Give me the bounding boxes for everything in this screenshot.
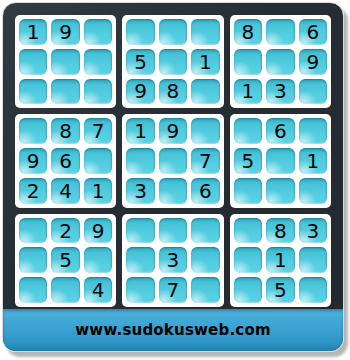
footer-bar: www.sudokusweb.com	[3, 309, 343, 351]
box-7: 2954	[15, 214, 116, 307]
cell-r8c8[interactable]: 1	[266, 247, 294, 273]
website-url: www.sudokusweb.com	[75, 321, 270, 339]
cell-r8c2[interactable]: 5	[51, 247, 79, 273]
cell-r4c8[interactable]: 6	[266, 118, 294, 144]
cell-r5c7[interactable]: 5	[234, 148, 262, 174]
cell-r7c9[interactable]: 3	[299, 218, 327, 244]
cell-r2c6[interactable]: 1	[191, 49, 219, 75]
cell-r5c2[interactable]: 6	[51, 148, 79, 174]
cell-r4c7[interactable]	[234, 118, 262, 144]
cell-r6c8[interactable]	[266, 178, 294, 204]
cell-r6c3[interactable]: 1	[84, 178, 112, 204]
cell-r2c3[interactable]	[84, 49, 112, 75]
cell-r7c4[interactable]	[126, 218, 154, 244]
cell-r8c6[interactable]	[191, 247, 219, 273]
box-2: 5198	[122, 15, 223, 108]
box-5: 19736	[122, 114, 223, 207]
cell-r7c1[interactable]	[19, 218, 47, 244]
cell-r7c2[interactable]: 2	[51, 218, 79, 244]
cell-r6c6[interactable]: 6	[191, 178, 219, 204]
cell-r2c2[interactable]	[51, 49, 79, 75]
cell-r6c2[interactable]: 4	[51, 178, 79, 204]
cell-r8c1[interactable]	[19, 247, 47, 273]
cell-r1c8[interactable]	[266, 19, 294, 45]
cell-r6c5[interactable]	[159, 178, 187, 204]
sudoku-page: 195198869138796241197366512954378315 www…	[0, 0, 350, 360]
cell-r5c8[interactable]	[266, 148, 294, 174]
cell-r6c4[interactable]: 3	[126, 178, 154, 204]
sudoku-grid: 195198869138796241197366512954378315	[15, 15, 331, 307]
cell-r4c9[interactable]	[299, 118, 327, 144]
cell-r9c8[interactable]: 5	[266, 277, 294, 303]
cell-r7c8[interactable]: 8	[266, 218, 294, 244]
cell-r4c5[interactable]: 9	[159, 118, 187, 144]
cell-r5c5[interactable]	[159, 148, 187, 174]
cell-r1c2[interactable]: 9	[51, 19, 79, 45]
cell-r8c3[interactable]	[84, 247, 112, 273]
cell-r3c2[interactable]	[51, 79, 79, 105]
cell-r4c4[interactable]: 1	[126, 118, 154, 144]
box-8: 37	[122, 214, 223, 307]
cell-r2c9[interactable]: 9	[299, 49, 327, 75]
cell-r8c9[interactable]	[299, 247, 327, 273]
cell-r4c2[interactable]: 8	[51, 118, 79, 144]
cell-r7c6[interactable]	[191, 218, 219, 244]
cell-r6c1[interactable]: 2	[19, 178, 47, 204]
box-9: 8315	[230, 214, 331, 307]
cell-r8c5[interactable]: 3	[159, 247, 187, 273]
cell-r5c9[interactable]: 1	[299, 148, 327, 174]
cell-r3c8[interactable]: 3	[266, 79, 294, 105]
cell-r4c1[interactable]	[19, 118, 47, 144]
cell-r5c3[interactable]	[84, 148, 112, 174]
cell-r3c5[interactable]: 8	[159, 79, 187, 105]
cell-r9c2[interactable]	[51, 277, 79, 303]
cell-r1c5[interactable]	[159, 19, 187, 45]
box-6: 651	[230, 114, 331, 207]
cell-r4c6[interactable]	[191, 118, 219, 144]
cell-r9c9[interactable]	[299, 277, 327, 303]
cell-r7c7[interactable]	[234, 218, 262, 244]
cell-r3c7[interactable]: 1	[234, 79, 262, 105]
cell-r4c3[interactable]: 7	[84, 118, 112, 144]
cell-r9c3[interactable]: 4	[84, 277, 112, 303]
cell-r1c3[interactable]	[84, 19, 112, 45]
cell-r7c5[interactable]	[159, 218, 187, 244]
cell-r5c1[interactable]: 9	[19, 148, 47, 174]
cell-r9c1[interactable]	[19, 277, 47, 303]
cell-r9c4[interactable]	[126, 277, 154, 303]
cell-r9c6[interactable]	[191, 277, 219, 303]
cell-r9c7[interactable]	[234, 277, 262, 303]
box-4: 8796241	[15, 114, 116, 207]
box-3: 86913	[230, 15, 331, 108]
cell-r1c1[interactable]: 1	[19, 19, 47, 45]
cell-r5c6[interactable]: 7	[191, 148, 219, 174]
cell-r2c4[interactable]: 5	[126, 49, 154, 75]
cell-r9c5[interactable]: 7	[159, 277, 187, 303]
box-1: 19	[15, 15, 116, 108]
cell-r7c3[interactable]: 9	[84, 218, 112, 244]
sudoku-board: 195198869138796241197366512954378315 www…	[2, 2, 344, 352]
cell-r2c5[interactable]	[159, 49, 187, 75]
cell-r1c4[interactable]	[126, 19, 154, 45]
cell-r2c7[interactable]	[234, 49, 262, 75]
cell-r5c4[interactable]	[126, 148, 154, 174]
cell-r3c1[interactable]	[19, 79, 47, 105]
cell-r6c7[interactable]	[234, 178, 262, 204]
cell-r2c1[interactable]	[19, 49, 47, 75]
cell-r1c6[interactable]	[191, 19, 219, 45]
cell-r3c9[interactable]	[299, 79, 327, 105]
cell-r8c7[interactable]	[234, 247, 262, 273]
cell-r1c7[interactable]: 8	[234, 19, 262, 45]
cell-r3c4[interactable]: 9	[126, 79, 154, 105]
cell-r8c4[interactable]	[126, 247, 154, 273]
cell-r6c9[interactable]	[299, 178, 327, 204]
cell-r2c8[interactable]	[266, 49, 294, 75]
cell-r3c3[interactable]	[84, 79, 112, 105]
cell-r1c9[interactable]: 6	[299, 19, 327, 45]
cell-r3c6[interactable]	[191, 79, 219, 105]
